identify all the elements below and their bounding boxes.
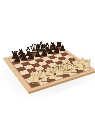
square-e1: ♚ — [59, 72, 70, 78]
chess-set-photo: ♜♞♝♛♚♝♞♜♟♟♟♟♟♟♟♟♟♟♟♟♟♟♟♟♜♞♝♛♚♝♞♜ — [0, 0, 95, 126]
chess-board: ♜♞♝♛♚♝♞♜♟♟♟♟♟♟♟♟♟♟♟♟♟♟♟♟♜♞♝♛♚♝♞♜ — [3, 46, 95, 93]
square-c6 — [28, 60, 38, 65]
square-g1: ♞ — [73, 68, 84, 73]
square-b6 — [21, 62, 31, 67]
